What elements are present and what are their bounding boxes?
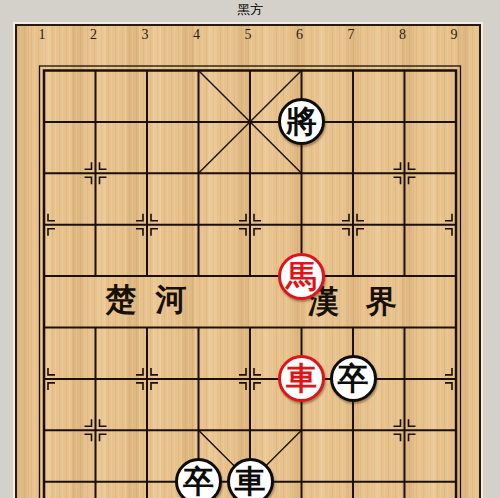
red-chariot-glyph: 車 xyxy=(286,363,317,394)
black-chariot[interactable]: 車 xyxy=(227,458,274,498)
black-soldier-glyph: 卒 xyxy=(338,363,369,394)
red-horse[interactable]: 馬 xyxy=(278,253,325,300)
red-horse-glyph: 馬 xyxy=(286,261,317,292)
black-soldier[interactable]: 卒 xyxy=(175,458,222,498)
black-chariot-glyph: 車 xyxy=(235,466,266,497)
black-general-glyph: 將 xyxy=(286,106,317,137)
pieces-layer: 將馬車卒卒車 xyxy=(0,0,500,498)
black-soldier-glyph: 卒 xyxy=(183,466,214,497)
red-chariot[interactable]: 車 xyxy=(278,355,325,402)
black-soldier[interactable]: 卒 xyxy=(330,355,377,402)
black-general[interactable]: 將 xyxy=(278,98,325,145)
